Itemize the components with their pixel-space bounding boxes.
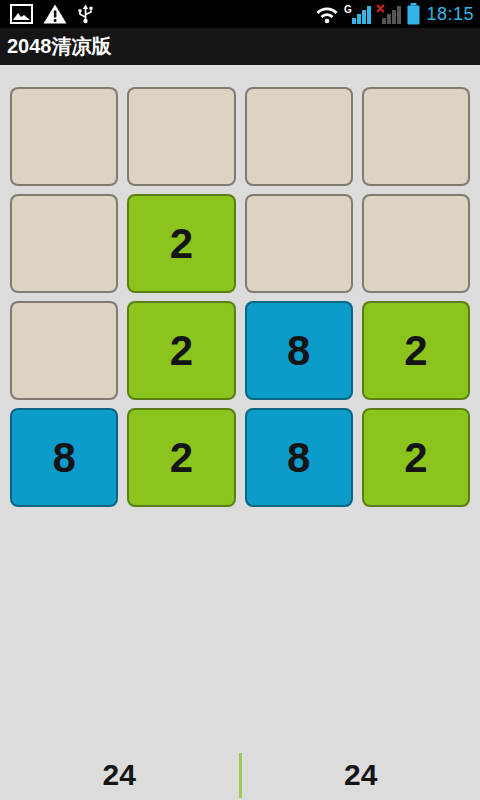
svg-text:G: G bbox=[344, 4, 352, 15]
tile-r4c4: 2 bbox=[362, 408, 470, 507]
battery-icon bbox=[406, 3, 421, 25]
status-icons-left bbox=[10, 4, 94, 24]
wifi-icon bbox=[315, 5, 339, 24]
game-area: 22828282 24 24 bbox=[0, 65, 480, 800]
signal-x-icon bbox=[376, 4, 401, 24]
tile-r4c2: 2 bbox=[127, 408, 235, 507]
tile-r4c1: 8 bbox=[10, 408, 118, 507]
phone-screen: G 18:15 2048清凉版 22828282 bbox=[0, 0, 480, 800]
tile-r1c2 bbox=[127, 87, 235, 186]
score-footer: 24 24 bbox=[0, 753, 480, 800]
warning-icon bbox=[43, 4, 67, 24]
app-title: 2048清凉版 bbox=[7, 33, 112, 60]
tile-r1c1 bbox=[10, 87, 118, 186]
tile-r3c3: 8 bbox=[245, 301, 353, 400]
tile-r4c3: 8 bbox=[245, 408, 353, 507]
tile-r2c3 bbox=[245, 194, 353, 293]
status-bar: G 18:15 bbox=[0, 0, 480, 28]
tile-r1c4 bbox=[362, 87, 470, 186]
tile-r2c4 bbox=[362, 194, 470, 293]
tile-r2c1 bbox=[10, 194, 118, 293]
score-right: 24 bbox=[242, 753, 480, 800]
signal-g-icon: G bbox=[344, 4, 371, 24]
tile-r1c3 bbox=[245, 87, 353, 186]
gallery-icon bbox=[10, 4, 33, 24]
board-2048[interactable]: 22828282 bbox=[10, 87, 470, 507]
usb-icon bbox=[77, 4, 94, 24]
tile-r3c2: 2 bbox=[127, 301, 235, 400]
app-title-bar: 2048清凉版 bbox=[0, 28, 480, 65]
status-time: 18:15 bbox=[426, 4, 474, 25]
tile-r2c2: 2 bbox=[127, 194, 235, 293]
tile-r3c1 bbox=[10, 301, 118, 400]
tile-r3c4: 2 bbox=[362, 301, 470, 400]
status-icons-right: G 18:15 bbox=[315, 3, 474, 25]
score-left: 24 bbox=[0, 753, 239, 800]
